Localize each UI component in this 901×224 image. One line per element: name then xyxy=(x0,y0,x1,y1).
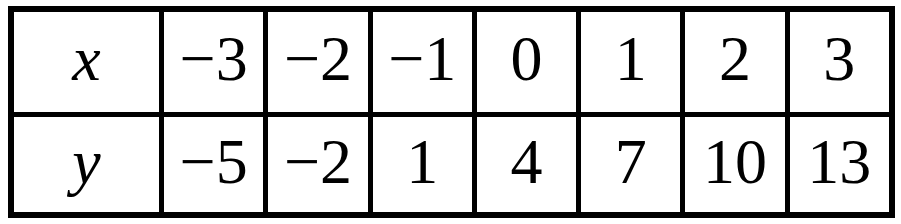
y-value-cell-1: −2 xyxy=(263,112,367,212)
y-value-cell-5: 10 xyxy=(680,112,784,212)
x-value-cell-6: 3 xyxy=(785,12,889,112)
x-value-cell-0: −3 xyxy=(159,12,263,112)
x-value-cell-5: 2 xyxy=(680,12,784,112)
y-value-cell-6: 13 xyxy=(785,112,889,212)
x-value-cell-1: −2 xyxy=(263,12,367,112)
x-value-cell-4: 1 xyxy=(576,12,680,112)
x-value-cell-3: 0 xyxy=(472,12,576,112)
page: x −3 −2 −1 0 1 2 3 y −5 −2 1 4 7 10 13 xyxy=(0,0,901,224)
y-value-cell-4: 7 xyxy=(576,112,680,212)
row-header-y: y xyxy=(14,112,159,212)
y-value-cell-2: 1 xyxy=(368,112,472,212)
y-value-cell-3: 4 xyxy=(472,112,576,212)
row-header-x: x xyxy=(14,12,159,112)
x-value-cell-2: −1 xyxy=(368,12,472,112)
y-value-cell-0: −5 xyxy=(159,112,263,212)
value-table: x −3 −2 −1 0 1 2 3 y −5 −2 1 4 7 10 13 xyxy=(8,6,895,218)
